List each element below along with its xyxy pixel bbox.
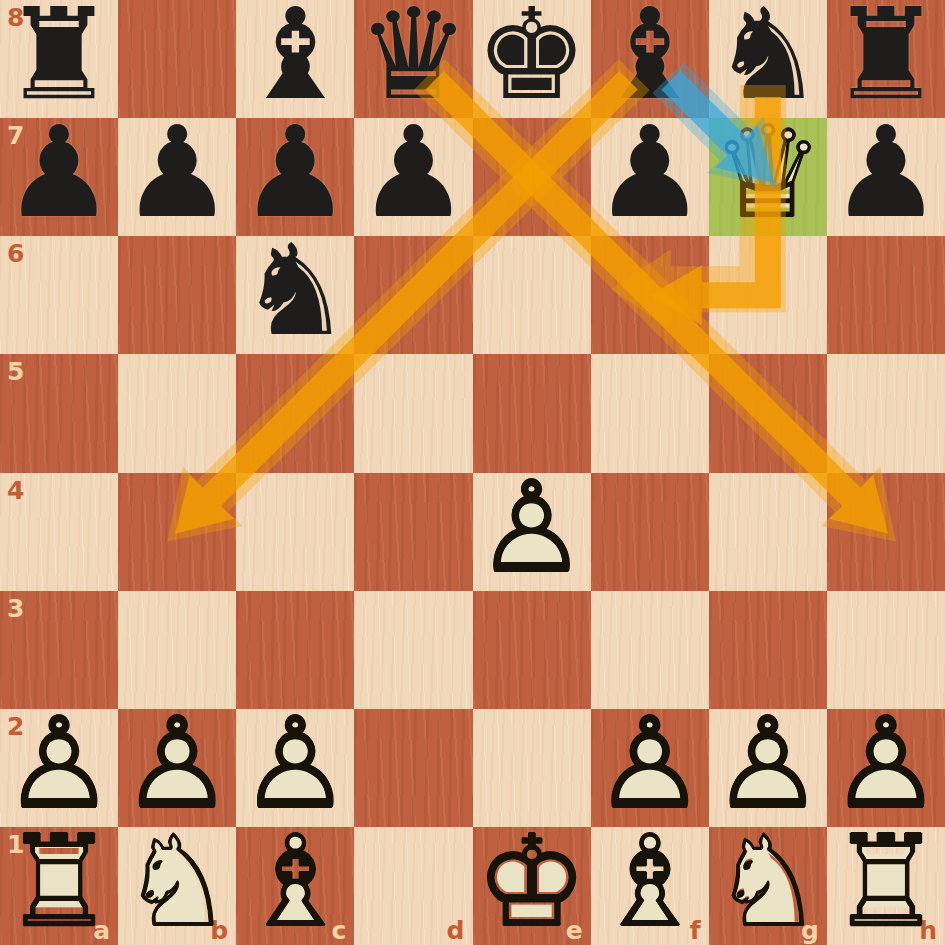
white-piece-outline: ♗ [236,823,354,941]
rank-label-4: 4 [7,478,24,503]
square-c6[interactable]: ♞ [236,236,354,354]
piece-white-pawn[interactable]: ♟♙ [473,473,591,591]
square-a7[interactable]: 7♟ [0,118,118,236]
piece-black-king[interactable]: ♚ [473,0,591,114]
piece-white-bishop[interactable]: ♝♗ [236,827,354,945]
square-b6[interactable] [118,236,236,354]
piece-black-pawn[interactable]: ♟ [236,114,354,232]
square-f4[interactable] [591,473,709,591]
white-piece-outline: ♔ [473,823,591,941]
white-piece-outline: ♙ [473,469,591,587]
square-e7[interactable] [473,118,591,236]
square-a6[interactable]: 6 [0,236,118,354]
piece-black-pawn[interactable]: ♟ [354,114,472,232]
square-d4[interactable] [354,473,472,591]
square-d2[interactable] [354,709,472,827]
piece-black-pawn[interactable]: ♟ [118,114,236,232]
white-piece-outline: ♘ [709,823,827,941]
square-f1[interactable]: f♝♗ [591,827,709,945]
white-piece-outline: ♙ [591,705,709,823]
square-d1[interactable]: d [354,827,472,945]
square-h4[interactable] [827,473,945,591]
square-g5[interactable] [709,354,827,472]
white-piece-outline: ♘ [118,823,236,941]
square-b1[interactable]: b♞♘ [118,827,236,945]
square-e1[interactable]: e♚♔ [473,827,591,945]
white-piece-outline: ♙ [709,705,827,823]
square-e3[interactable] [473,591,591,709]
white-piece-outline: ♙ [236,705,354,823]
piece-white-rook[interactable]: ♜♖ [827,827,945,945]
white-piece-outline: ♖ [0,823,118,941]
square-e8[interactable]: ♚ [473,0,591,118]
white-piece-outline: ♙ [827,705,945,823]
square-g6[interactable] [709,236,827,354]
square-b7[interactable]: ♟ [118,118,236,236]
square-d6[interactable] [354,236,472,354]
chess-board: 8♜♝♛♚♝♞♜7♟♟♟♟♟♛♕♟6♞54♟♙32♟♙♟♙♟♙♟♙♟♙♟♙1a♜… [0,0,945,945]
white-piece-outline: ♕ [709,114,827,232]
square-d7[interactable]: ♟ [354,118,472,236]
square-f7[interactable]: ♟ [591,118,709,236]
square-d3[interactable] [354,591,472,709]
rank-label-3: 3 [7,596,24,621]
square-h5[interactable] [827,354,945,472]
piece-black-pawn[interactable]: ♟ [827,114,945,232]
piece-black-bishop[interactable]: ♝ [591,0,709,114]
white-piece-outline: ♗ [591,823,709,941]
square-c5[interactable] [236,354,354,472]
rank-label-5: 5 [7,359,24,384]
square-a1[interactable]: 1a♜♖ [0,827,118,945]
square-d5[interactable] [354,354,472,472]
square-c4[interactable] [236,473,354,591]
piece-white-bishop[interactable]: ♝♗ [591,827,709,945]
square-b4[interactable] [118,473,236,591]
square-c1[interactable]: c♝♗ [236,827,354,945]
white-piece-outline: ♙ [118,705,236,823]
piece-black-pawn[interactable]: ♟ [0,114,118,232]
square-g7[interactable]: ♛♕ [709,118,827,236]
piece-black-knight[interactable]: ♞ [709,0,827,114]
square-e6[interactable] [473,236,591,354]
square-h1[interactable]: h♜♖ [827,827,945,945]
square-f5[interactable] [591,354,709,472]
white-piece-outline: ♙ [0,705,118,823]
square-a4[interactable]: 4 [0,473,118,591]
piece-white-queen[interactable]: ♛♕ [709,118,827,236]
piece-black-pawn[interactable]: ♟ [591,114,709,232]
square-e4[interactable]: ♟♙ [473,473,591,591]
piece-white-knight[interactable]: ♞♘ [709,827,827,945]
piece-white-rook[interactable]: ♜♖ [0,827,118,945]
square-g1[interactable]: g♞♘ [709,827,827,945]
square-g4[interactable] [709,473,827,591]
piece-white-knight[interactable]: ♞♘ [118,827,236,945]
square-h6[interactable] [827,236,945,354]
square-a5[interactable]: 5 [0,354,118,472]
piece-white-king[interactable]: ♚♔ [473,827,591,945]
square-f6[interactable] [591,236,709,354]
piece-black-rook[interactable]: ♜ [0,0,118,114]
piece-black-queen[interactable]: ♛ [354,0,472,114]
piece-black-rook[interactable]: ♜ [827,0,945,114]
square-b5[interactable] [118,354,236,472]
white-piece-outline: ♖ [827,823,945,941]
square-h7[interactable]: ♟ [827,118,945,236]
piece-black-bishop[interactable]: ♝ [236,0,354,114]
file-label-d: d [447,918,465,943]
piece-black-knight[interactable]: ♞ [236,232,354,350]
